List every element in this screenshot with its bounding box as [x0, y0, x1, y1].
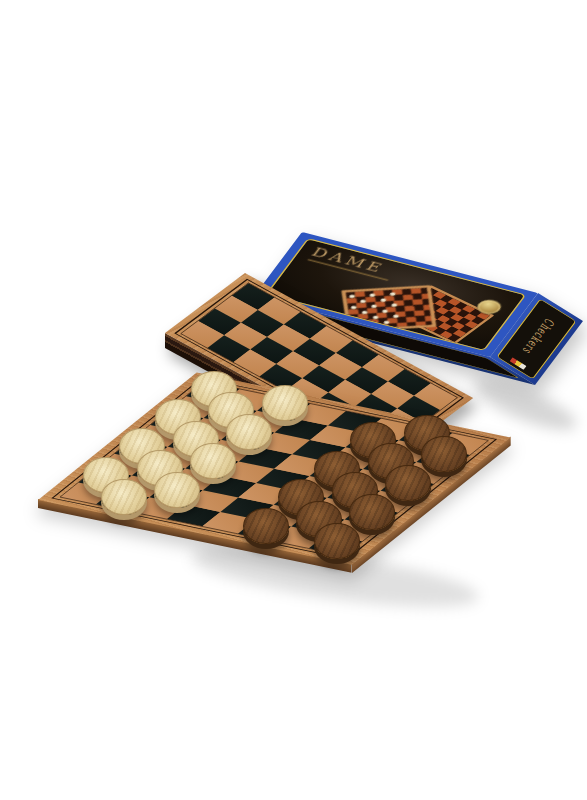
box-title: DAME: [309, 245, 389, 275]
box-art-white-piece-icon: [382, 310, 388, 314]
box-art-white-piece-icon: [362, 311, 368, 315]
box-art-white-piece-icon: [351, 306, 357, 310]
box-art-white-piece-icon: [352, 317, 358, 321]
product-photo-scene: Checkers DAME: [0, 0, 587, 800]
box-art-white-piece-icon: [390, 292, 396, 296]
publisher-logo-icon: [510, 357, 527, 369]
box-art-white-piece-icon: [384, 321, 390, 325]
box-art-white-piece-icon: [380, 298, 386, 302]
box-art-white-piece-icon: [360, 300, 366, 304]
box-side-title: Checkers: [519, 316, 557, 357]
box-art-white-piece-icon: [373, 316, 379, 320]
box-art-white-piece-icon: [391, 303, 397, 307]
box-art-white-piece-icon: [349, 295, 355, 299]
box-art-white-piece-icon: [393, 315, 399, 319]
box-art-white-piece-icon: [371, 305, 377, 309]
box-art-white-piece-icon: [369, 293, 375, 297]
